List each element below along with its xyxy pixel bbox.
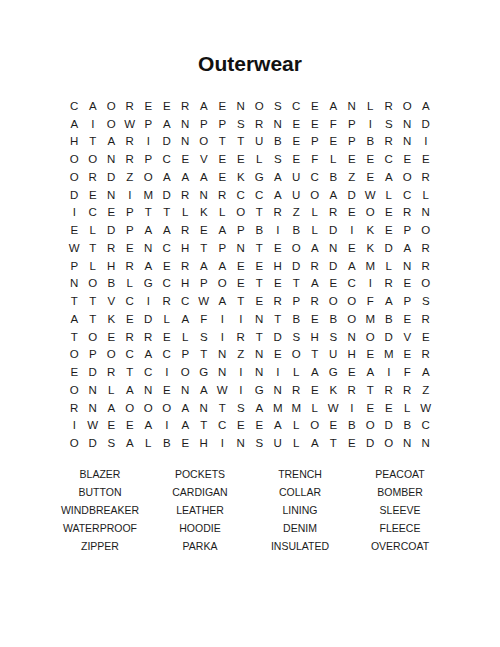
grid-cell-r20c19[interactable]: N [398,434,417,452]
grid-cell-r5c14[interactable]: C [306,168,325,186]
grid-cell-r2c10[interactable]: S [232,115,251,133]
grid-cell-r18c5[interactable]: O [139,399,158,417]
grid-cell-r9c3[interactable]: R [102,239,121,257]
grid-cell-r19c19[interactable]: B [398,417,417,435]
grid-cell-r2c18[interactable]: S [380,115,399,133]
grid-cell-r16c5[interactable]: C [139,363,158,381]
grid-cell-r3c11[interactable]: U [250,133,269,151]
grid-cell-r19c10[interactable]: E [232,417,251,435]
grid-cell-r11c19[interactable]: E [398,275,417,293]
grid-cell-r4c6[interactable]: C [158,150,177,168]
grid-cell-r10c16[interactable]: A [343,257,362,275]
grid-cell-r12c19[interactable]: P [398,292,417,310]
grid-cell-r11c1[interactable]: N [65,275,84,293]
grid-cell-r6c14[interactable]: O [306,186,325,204]
grid-cell-r9c5[interactable]: N [139,239,158,257]
grid-cell-r3c4[interactable]: R [121,133,140,151]
grid-cell-r12c11[interactable]: E [250,292,269,310]
grid-cell-r15c3[interactable]: O [102,346,121,364]
grid-cell-r12c9[interactable]: A [213,292,232,310]
grid-cell-r1c13[interactable]: C [287,97,306,115]
grid-cell-r19c4[interactable]: E [121,417,140,435]
grid-cell-r15c16[interactable]: H [343,346,362,364]
grid-cell-r7c18[interactable]: E [380,204,399,222]
grid-cell-r20c5[interactable]: L [139,434,158,452]
grid-cell-r18c19[interactable]: L [398,399,417,417]
grid-cell-r18c4[interactable]: O [121,399,140,417]
grid-cell-r19c3[interactable]: E [102,417,121,435]
grid-cell-r16c1[interactable]: E [65,363,84,381]
grid-cell-r4c2[interactable]: O [84,150,103,168]
grid-cell-r14c8[interactable]: S [195,328,214,346]
grid-cell-r10c12[interactable]: H [269,257,288,275]
grid-cell-r10c7[interactable]: R [176,257,195,275]
grid-cell-r4c14[interactable]: F [306,150,325,168]
grid-cell-r10c13[interactable]: D [287,257,306,275]
grid-cell-r14c10[interactable]: R [232,328,251,346]
grid-cell-r9c11[interactable]: T [250,239,269,257]
grid-cell-r2c17[interactable]: I [361,115,380,133]
grid-cell-r8c5[interactable]: A [139,221,158,239]
grid-cell-r9c2[interactable]: T [84,239,103,257]
grid-cell-r2c12[interactable]: N [269,115,288,133]
grid-cell-r3c7[interactable]: N [176,133,195,151]
grid-cell-r15c6[interactable]: C [158,346,177,364]
grid-cell-r12c20[interactable]: S [417,292,436,310]
grid-cell-r7c17[interactable]: O [361,204,380,222]
grid-cell-r20c12[interactable]: U [269,434,288,452]
grid-cell-r12c7[interactable]: C [176,292,195,310]
grid-cell-r6c4[interactable]: I [121,186,140,204]
grid-cell-r5c9[interactable]: E [213,168,232,186]
grid-cell-r16c6[interactable]: I [158,363,177,381]
grid-cell-r13c14[interactable]: E [306,310,325,328]
grid-cell-r17c12[interactable]: N [269,381,288,399]
grid-cell-r13c5[interactable]: D [139,310,158,328]
grid-cell-r10c3[interactable]: H [102,257,121,275]
grid-cell-r8c10[interactable]: P [232,221,251,239]
grid-cell-r1c7[interactable]: R [176,97,195,115]
grid-cell-r11c4[interactable]: L [121,275,140,293]
grid-cell-r7c3[interactable]: E [102,204,121,222]
grid-cell-r18c18[interactable]: E [380,399,399,417]
grid-cell-r15c5[interactable]: A [139,346,158,364]
grid-cell-r13c8[interactable]: F [195,310,214,328]
grid-cell-r16c12[interactable]: I [269,363,288,381]
grid-cell-r11c17[interactable]: I [361,275,380,293]
grid-cell-r3c12[interactable]: B [269,133,288,151]
grid-cell-r1c20[interactable]: A [417,97,436,115]
grid-cell-r4c18[interactable]: C [380,150,399,168]
grid-cell-r4c19[interactable]: E [398,150,417,168]
grid-cell-r15c13[interactable]: O [287,346,306,364]
grid-cell-r13c18[interactable]: B [380,310,399,328]
grid-cell-r11c15[interactable]: E [324,275,343,293]
grid-cell-r1c3[interactable]: O [102,97,121,115]
grid-cell-r19c7[interactable]: A [176,417,195,435]
grid-cell-r8c14[interactable]: L [306,221,325,239]
grid-cell-r12c16[interactable]: O [343,292,362,310]
grid-cell-r9c14[interactable]: A [306,239,325,257]
grid-cell-r6c15[interactable]: A [324,186,343,204]
grid-cell-r4c9[interactable]: E [213,150,232,168]
grid-cell-r11c13[interactable]: T [287,275,306,293]
grid-cell-r11c6[interactable]: C [158,275,177,293]
grid-cell-r16c4[interactable]: T [121,363,140,381]
grid-cell-r14c11[interactable]: T [250,328,269,346]
grid-cell-r2c20[interactable]: D [417,115,436,133]
grid-cell-r10c2[interactable]: L [84,257,103,275]
grid-cell-r10c14[interactable]: R [306,257,325,275]
grid-cell-r9c18[interactable]: D [380,239,399,257]
grid-cell-r17c2[interactable]: N [84,381,103,399]
grid-cell-r16c9[interactable]: N [213,363,232,381]
grid-cell-r11c7[interactable]: H [176,275,195,293]
grid-cell-r11c11[interactable]: T [250,275,269,293]
grid-cell-r20c16[interactable]: E [343,434,362,452]
grid-cell-r12c17[interactable]: F [361,292,380,310]
grid-cell-r4c7[interactable]: E [176,150,195,168]
grid-cell-r1c4[interactable]: R [121,97,140,115]
grid-cell-r11c8[interactable]: P [195,275,214,293]
grid-cell-r5c8[interactable]: A [195,168,214,186]
grid-cell-r13c16[interactable]: O [343,310,362,328]
grid-cell-r12c4[interactable]: C [121,292,140,310]
grid-cell-r11c20[interactable]: O [417,275,436,293]
grid-cell-r5c20[interactable]: R [417,168,436,186]
grid-cell-r9c12[interactable]: E [269,239,288,257]
grid-cell-r18c9[interactable]: T [213,399,232,417]
grid-cell-r17c17[interactable]: T [361,381,380,399]
grid-cell-r6c18[interactable]: L [380,186,399,204]
grid-cell-r4c10[interactable]: E [232,150,251,168]
grid-cell-r19c14[interactable]: O [306,417,325,435]
grid-cell-r16c3[interactable]: R [102,363,121,381]
grid-cell-r7c6[interactable]: T [158,204,177,222]
grid-cell-r12c13[interactable]: P [287,292,306,310]
grid-cell-r14c7[interactable]: L [176,328,195,346]
grid-cell-r20c8[interactable]: H [195,434,214,452]
grid-cell-r7c4[interactable]: P [121,204,140,222]
grid-cell-r18c1[interactable]: R [65,399,84,417]
grid-cell-r13c11[interactable]: N [250,310,269,328]
grid-cell-r7c19[interactable]: R [398,204,417,222]
grid-cell-r19c9[interactable]: C [213,417,232,435]
grid-cell-r2c7[interactable]: N [176,115,195,133]
grid-cell-r19c17[interactable]: O [361,417,380,435]
grid-cell-r5c17[interactable]: E [361,168,380,186]
grid-cell-r2c2[interactable]: I [84,115,103,133]
grid-cell-r19c6[interactable]: I [158,417,177,435]
grid-cell-r7c15[interactable]: R [324,204,343,222]
grid-cell-r17c13[interactable]: R [287,381,306,399]
grid-cell-r17c18[interactable]: R [380,381,399,399]
grid-cell-r11c9[interactable]: O [213,275,232,293]
grid-cell-r14c14[interactable]: H [306,328,325,346]
grid-cell-r9c9[interactable]: P [213,239,232,257]
grid-cell-r16c13[interactable]: L [287,363,306,381]
grid-cell-r1c19[interactable]: O [398,97,417,115]
grid-cell-r4c13[interactable]: E [287,150,306,168]
grid-cell-r19c16[interactable]: B [343,417,362,435]
grid-cell-r6c20[interactable]: L [417,186,436,204]
grid-cell-r6c10[interactable]: C [232,186,251,204]
grid-cell-r11c3[interactable]: B [102,275,121,293]
grid-cell-r3c1[interactable]: H [65,133,84,151]
grid-cell-r18c11[interactable]: A [250,399,269,417]
grid-cell-r10c17[interactable]: M [361,257,380,275]
grid-cell-r9c8[interactable]: T [195,239,214,257]
grid-cell-r12c5[interactable]: I [139,292,158,310]
grid-cell-r17c20[interactable]: Z [417,381,436,399]
grid-cell-r12c18[interactable]: A [380,292,399,310]
grid-cell-r12c2[interactable]: T [84,292,103,310]
grid-cell-r4c5[interactable]: P [139,150,158,168]
grid-cell-r7c2[interactable]: C [84,204,103,222]
grid-cell-r5c10[interactable]: K [232,168,251,186]
grid-cell-r20c10[interactable]: N [232,434,251,452]
grid-cell-r17c16[interactable]: R [343,381,362,399]
grid-cell-r16c16[interactable]: E [343,363,362,381]
grid-cell-r5c16[interactable]: Z [343,168,362,186]
grid-cell-r7c13[interactable]: Z [287,204,306,222]
grid-cell-r15c2[interactable]: P [84,346,103,364]
grid-cell-r20c15[interactable]: T [324,434,343,452]
grid-cell-r7c16[interactable]: E [343,204,362,222]
grid-cell-r18c6[interactable]: O [158,399,177,417]
grid-cell-r8c13[interactable]: B [287,221,306,239]
grid-cell-r19c12[interactable]: A [269,417,288,435]
grid-cell-r20c18[interactable]: O [380,434,399,452]
grid-cell-r15c17[interactable]: E [361,346,380,364]
grid-cell-r12c3[interactable]: V [102,292,121,310]
grid-cell-r20c11[interactable]: S [250,434,269,452]
grid-cell-r16c18[interactable]: I [380,363,399,381]
grid-cell-r8c17[interactable]: K [361,221,380,239]
grid-cell-r4c1[interactable]: O [65,150,84,168]
grid-cell-r6c13[interactable]: U [287,186,306,204]
grid-cell-r18c17[interactable]: E [361,399,380,417]
grid-cell-r13c3[interactable]: K [102,310,121,328]
grid-cell-r15c9[interactable]: N [213,346,232,364]
grid-cell-r4c3[interactable]: N [102,150,121,168]
grid-cell-r3c10[interactable]: T [232,133,251,151]
grid-cell-r5c18[interactable]: A [380,168,399,186]
grid-cell-r14c19[interactable]: V [398,328,417,346]
grid-cell-r5c15[interactable]: B [324,168,343,186]
grid-cell-r17c9[interactable]: W [213,381,232,399]
grid-cell-r13c9[interactable]: I [213,310,232,328]
grid-cell-r18c2[interactable]: N [84,399,103,417]
grid-cell-r19c5[interactable]: A [139,417,158,435]
grid-cell-r16c17[interactable]: A [361,363,380,381]
grid-cell-r18c14[interactable]: L [306,399,325,417]
grid-cell-r6c2[interactable]: E [84,186,103,204]
grid-cell-r7c11[interactable]: T [250,204,269,222]
grid-cell-r8c9[interactable]: A [213,221,232,239]
grid-cell-r8c7[interactable]: R [176,221,195,239]
grid-cell-r12c15[interactable]: O [324,292,343,310]
grid-cell-r7c1[interactable]: I [65,204,84,222]
grid-cell-r5c3[interactable]: D [102,168,121,186]
grid-cell-r18c15[interactable]: W [324,399,343,417]
grid-cell-r15c15[interactable]: U [324,346,343,364]
grid-cell-r14c4[interactable]: R [121,328,140,346]
grid-cell-r20c7[interactable]: E [176,434,195,452]
grid-cell-r3c18[interactable]: R [380,133,399,151]
grid-cell-r7c5[interactable]: T [139,204,158,222]
grid-cell-r13c10[interactable]: I [232,310,251,328]
grid-cell-r16c20[interactable]: A [417,363,436,381]
grid-cell-r14c20[interactable]: E [417,328,436,346]
grid-cell-r2c5[interactable]: P [139,115,158,133]
grid-cell-r12c12[interactable]: R [269,292,288,310]
grid-cell-r2c15[interactable]: F [324,115,343,133]
grid-cell-r20c14[interactable]: A [306,434,325,452]
grid-cell-r13c2[interactable]: T [84,310,103,328]
grid-cell-r20c20[interactable]: N [417,434,436,452]
grid-cell-r4c15[interactable]: L [324,150,343,168]
grid-cell-r11c10[interactable]: E [232,275,251,293]
grid-cell-r1c12[interactable]: S [269,97,288,115]
grid-cell-r6c9[interactable]: R [213,186,232,204]
grid-cell-r11c5[interactable]: G [139,275,158,293]
grid-cell-r3c13[interactable]: E [287,133,306,151]
grid-cell-r15c18[interactable]: M [380,346,399,364]
grid-cell-r9c17[interactable]: K [361,239,380,257]
grid-cell-r13c12[interactable]: T [269,310,288,328]
grid-cell-r17c8[interactable]: A [195,381,214,399]
grid-cell-r12c6[interactable]: R [158,292,177,310]
grid-cell-r8c8[interactable]: E [195,221,214,239]
grid-cell-r2c13[interactable]: E [287,115,306,133]
grid-cell-r1c11[interactable]: O [250,97,269,115]
grid-cell-r20c9[interactable]: I [213,434,232,452]
grid-cell-r11c12[interactable]: E [269,275,288,293]
grid-cell-r13c17[interactable]: M [361,310,380,328]
grid-cell-r15c14[interactable]: T [306,346,325,364]
grid-cell-r4c4[interactable]: R [121,150,140,168]
grid-cell-r19c8[interactable]: T [195,417,214,435]
grid-cell-r17c15[interactable]: K [324,381,343,399]
grid-cell-r8c11[interactable]: B [250,221,269,239]
grid-cell-r11c2[interactable]: O [84,275,103,293]
grid-cell-r4c16[interactable]: E [343,150,362,168]
grid-cell-r1c8[interactable]: A [195,97,214,115]
grid-cell-r17c6[interactable]: E [158,381,177,399]
grid-cell-r20c1[interactable]: O [65,434,84,452]
grid-cell-r7c20[interactable]: N [417,204,436,222]
grid-cell-r11c14[interactable]: A [306,275,325,293]
grid-cell-r16c15[interactable]: G [324,363,343,381]
grid-cell-r4c17[interactable]: E [361,150,380,168]
grid-cell-r20c17[interactable]: D [361,434,380,452]
grid-cell-r20c4[interactable]: A [121,434,140,452]
grid-cell-r19c18[interactable]: D [380,417,399,435]
grid-cell-r10c8[interactable]: A [195,257,214,275]
grid-cell-r20c13[interactable]: L [287,434,306,452]
grid-cell-r12c10[interactable]: T [232,292,251,310]
grid-cell-r17c5[interactable]: N [139,381,158,399]
grid-cell-r9c13[interactable]: O [287,239,306,257]
grid-cell-r14c5[interactable]: R [139,328,158,346]
grid-cell-r1c10[interactable]: N [232,97,251,115]
grid-cell-r6c5[interactable]: M [139,186,158,204]
grid-cell-r1c14[interactable]: E [306,97,325,115]
grid-cell-r7c14[interactable]: L [306,204,325,222]
grid-cell-r9c16[interactable]: E [343,239,362,257]
grid-cell-r6c8[interactable]: N [195,186,214,204]
grid-cell-r18c10[interactable]: S [232,399,251,417]
grid-cell-r4c8[interactable]: V [195,150,214,168]
grid-cell-r13c7[interactable]: A [176,310,195,328]
grid-cell-r5c7[interactable]: A [176,168,195,186]
grid-cell-r9c7[interactable]: H [176,239,195,257]
grid-cell-r17c4[interactable]: A [121,381,140,399]
grid-cell-r8c16[interactable]: I [343,221,362,239]
grid-cell-r1c17[interactable]: L [361,97,380,115]
grid-cell-r18c3[interactable]: A [102,399,121,417]
grid-cell-r5c12[interactable]: A [269,168,288,186]
grid-cell-r10c11[interactable]: E [250,257,269,275]
grid-cell-r19c1[interactable]: I [65,417,84,435]
grid-cell-r7c7[interactable]: L [176,204,195,222]
grid-cell-r19c20[interactable]: C [417,417,436,435]
grid-cell-r3c16[interactable]: P [343,133,362,151]
grid-cell-r18c16[interactable]: I [343,399,362,417]
grid-cell-r5c2[interactable]: R [84,168,103,186]
grid-cell-r14c16[interactable]: N [343,328,362,346]
grid-cell-r12c14[interactable]: R [306,292,325,310]
grid-cell-r5c19[interactable]: O [398,168,417,186]
grid-cell-r16c14[interactable]: A [306,363,325,381]
grid-cell-r13c20[interactable]: R [417,310,436,328]
grid-cell-r14c12[interactable]: D [269,328,288,346]
grid-cell-r3c15[interactable]: E [324,133,343,151]
grid-cell-r14c2[interactable]: O [84,328,103,346]
grid-cell-r2c9[interactable]: P [213,115,232,133]
grid-cell-r15c19[interactable]: E [398,346,417,364]
grid-cell-r10c5[interactable]: A [139,257,158,275]
grid-cell-r6c1[interactable]: D [65,186,84,204]
grid-cell-r5c5[interactable]: O [139,168,158,186]
grid-cell-r8c4[interactable]: P [121,221,140,239]
grid-cell-r2c11[interactable]: R [250,115,269,133]
grid-cell-r8c3[interactable]: D [102,221,121,239]
grid-cell-r5c13[interactable]: U [287,168,306,186]
grid-cell-r3c17[interactable]: B [361,133,380,151]
grid-cell-r3c20[interactable]: I [417,133,436,151]
grid-cell-r8c2[interactable]: L [84,221,103,239]
grid-cell-r13c6[interactable]: L [158,310,177,328]
grid-cell-r15c12[interactable]: E [269,346,288,364]
grid-cell-r17c3[interactable]: L [102,381,121,399]
grid-cell-r9c15[interactable]: N [324,239,343,257]
grid-cell-r9c6[interactable]: C [158,239,177,257]
grid-cell-r11c18[interactable]: R [380,275,399,293]
grid-cell-r3c3[interactable]: A [102,133,121,151]
grid-cell-r10c15[interactable]: D [324,257,343,275]
grid-cell-r16c8[interactable]: G [195,363,214,381]
grid-cell-r1c1[interactable]: C [65,97,84,115]
grid-cell-r19c15[interactable]: E [324,417,343,435]
grid-cell-r3c6[interactable]: D [158,133,177,151]
grid-cell-r1c5[interactable]: E [139,97,158,115]
grid-cell-r1c9[interactable]: E [213,97,232,115]
grid-cell-r20c3[interactable]: S [102,434,121,452]
grid-cell-r2c19[interactable]: N [398,115,417,133]
grid-cell-r10c4[interactable]: R [121,257,140,275]
